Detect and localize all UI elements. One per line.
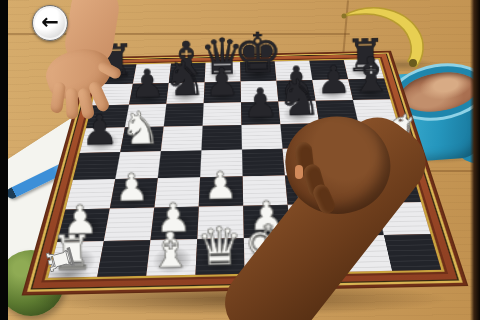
black-knight[interactable]: ♞ — [276, 72, 322, 123]
white-pawn[interactable]: ♟ — [203, 167, 238, 206]
square-e6[interactable]: ♟ — [241, 101, 280, 124]
back-button[interactable]: ← — [32, 5, 68, 41]
black-knight[interactable]: ♞ — [162, 54, 206, 103]
back-arrow-icon: ← — [41, 12, 59, 33]
left-letterbox — [0, 0, 8, 320]
square-a4[interactable] — [73, 152, 120, 180]
square-e4[interactable] — [242, 149, 285, 177]
square-e8[interactable]: ♚ — [240, 61, 276, 81]
white-bishop[interactable]: ♝ — [148, 225, 193, 275]
square-d5[interactable] — [201, 125, 242, 150]
square-b1[interactable] — [97, 240, 150, 277]
square-h7[interactable]: ♝ — [348, 78, 390, 100]
black-pawn[interactable]: ♟ — [242, 83, 279, 124]
square-d7[interactable]: ♟ — [204, 81, 241, 103]
square-d3[interactable]: ♟ — [199, 176, 243, 206]
square-c6[interactable] — [164, 103, 204, 126]
white-pawn[interactable]: ♟ — [114, 169, 149, 208]
square-h1[interactable] — [384, 234, 441, 271]
square-b3[interactable]: ♟ — [110, 178, 158, 208]
right-table-edge — [470, 0, 480, 320]
white-queen[interactable]: ♛ — [196, 221, 244, 274]
square-c1[interactable]: ♝ — [146, 239, 197, 276]
black-bishop[interactable]: ♝ — [349, 50, 393, 99]
square-a5[interactable]: ♟ — [80, 127, 125, 153]
square-c4[interactable] — [158, 150, 202, 178]
square-c5[interactable] — [161, 126, 203, 151]
square-d1[interactable]: ♛ — [195, 238, 244, 275]
grabbed-piece-glimpse — [295, 165, 303, 179]
white-knight[interactable]: ♞ — [119, 105, 161, 151]
square-e5[interactable] — [241, 124, 282, 149]
square-b2[interactable] — [104, 208, 154, 241]
square-c7[interactable]: ♞ — [166, 82, 204, 104]
app-screen: ♜♝♛♚♜♟♞♟♟♟♝♟♞♟♞♞♟♟♟♟♟♟♟♜♝♛♚♝ ♜ ← — [0, 0, 480, 320]
black-pawn[interactable]: ♟ — [204, 63, 239, 102]
square-d6[interactable] — [203, 102, 242, 125]
square-b5[interactable]: ♞ — [120, 127, 163, 153]
child-finger — [65, 88, 78, 119]
black-pawn[interactable]: ♟ — [130, 65, 165, 104]
